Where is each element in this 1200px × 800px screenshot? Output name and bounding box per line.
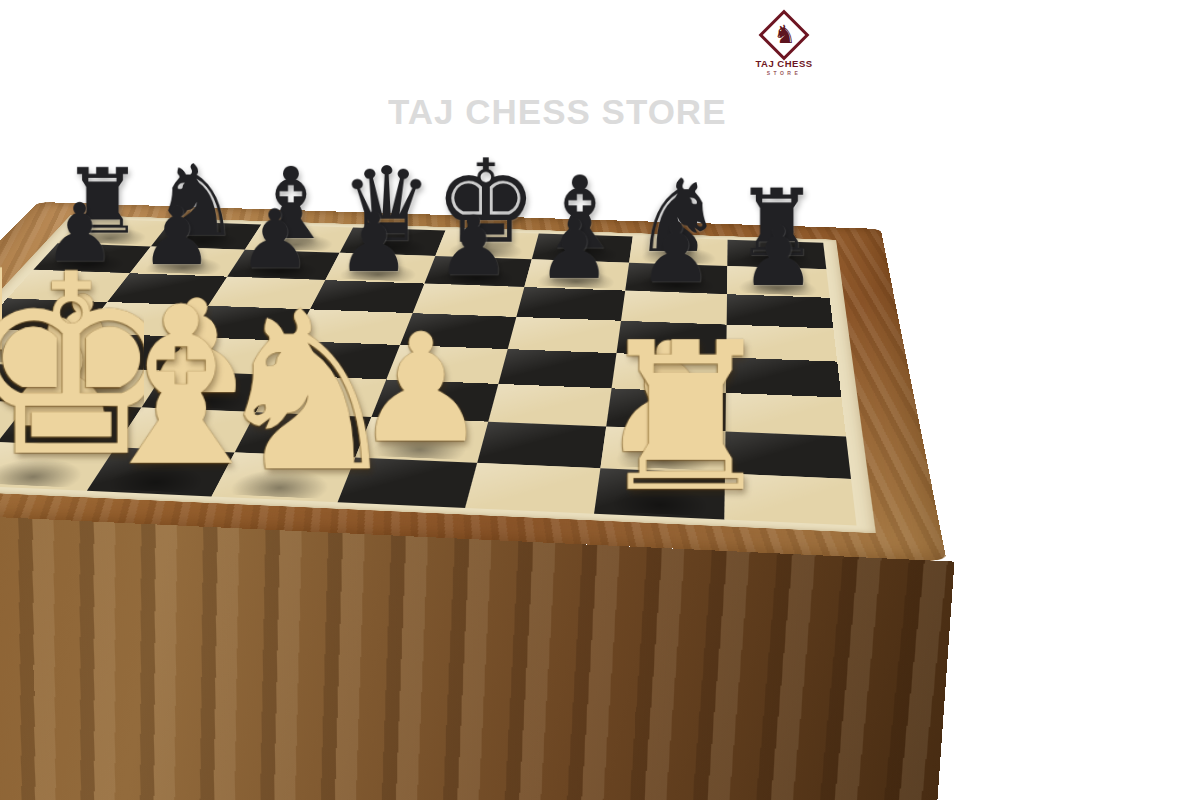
logo-diamond: ♞ <box>759 10 810 61</box>
knight-icon: ♞ <box>773 22 795 47</box>
board-front-face <box>0 505 954 800</box>
chess-board-3d: ♜♞♝♛♚♝♞♜♟♟♟♟♟♟♟♟♟♟♟♟♟♟♟♚♝♞♜ <box>0 202 947 561</box>
square-h7[interactable]: ♟ <box>727 266 830 298</box>
square-e7[interactable]: ♟ <box>424 256 531 287</box>
store-logo: ♞ TAJ CHESS STORE <box>746 10 822 76</box>
logo-sub-text: STORE <box>746 70 822 76</box>
square-g1[interactable]: ♜ <box>594 468 725 519</box>
piece-black-pawn-g7[interactable]: ♟ <box>625 212 727 295</box>
board-sheesham-frame: ♜♞♝♛♚♝♞♜♟♟♟♟♟♟♟♟♟♟♟♟♟♟♟♚♝♞♜ <box>0 202 947 561</box>
piece-black-pawn-h7[interactable]: ♟ <box>727 215 829 298</box>
piece-white-king-b1[interactable]: ♚ <box>0 241 86 491</box>
square-f7[interactable]: ♟ <box>524 259 629 290</box>
square-d1[interactable]: ♞ <box>211 452 355 502</box>
piece-white-rook-g1[interactable]: ♜ <box>594 315 724 520</box>
square-g7[interactable]: ♟ <box>625 263 727 295</box>
square-f1[interactable] <box>465 463 600 514</box>
chess-board-grid: ♜♞♝♛♚♝♞♜♟♟♟♟♟♟♟♟♟♟♟♟♟♟♟♚♝♞♜ <box>0 219 857 526</box>
piece-white-knight-d1[interactable]: ♞ <box>209 283 337 503</box>
piece-black-pawn-e7[interactable]: ♟ <box>423 205 524 287</box>
watermark-text: TAJ CHESS STORE <box>388 92 727 132</box>
piece-black-pawn-f7[interactable]: ♟ <box>524 209 625 291</box>
square-f2[interactable] <box>477 422 606 468</box>
piece-white-bishop-c1[interactable]: ♝ <box>83 279 210 497</box>
